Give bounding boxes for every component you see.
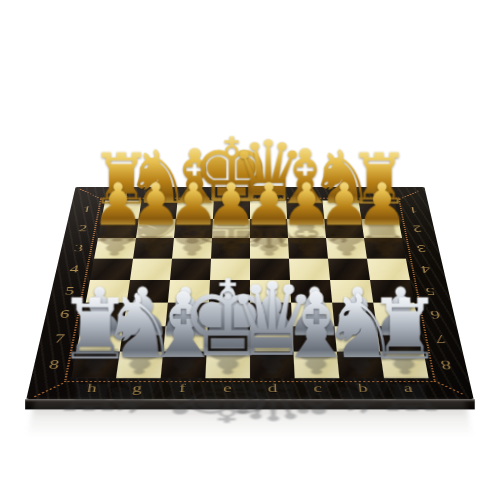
- product-photo: ♜♞♝♚♛♝♞♜♟♟♟♟♟♟♟♟♟♟♟♟♟♟♟♟♜♞♝♚♛♝♞♜ hhggffe…: [0, 0, 500, 500]
- pieces-layer: ♜♞♝♚♛♝♞♜♟♟♟♟♟♟♟♟♟♟♟♟♟♟♟♟♜♞♝♚♛♝♞♜: [26, 187, 473, 399]
- table-shadow: [24, 399, 477, 452]
- white-pawn-a2: ♟: [356, 175, 408, 233]
- black-rook-a8: ♜: [367, 287, 442, 371]
- chessboard: ♜♞♝♚♛♝♞♜♟♟♟♟♟♟♟♟♟♟♟♟♟♟♟♟♜♞♝♚♛♝♞♜ hhggffe…: [26, 187, 473, 399]
- scene: ♜♞♝♚♛♝♞♜♟♟♟♟♟♟♟♟♟♟♟♟♟♟♟♟♜♞♝♚♛♝♞♜ hhggffe…: [0, 0, 500, 500]
